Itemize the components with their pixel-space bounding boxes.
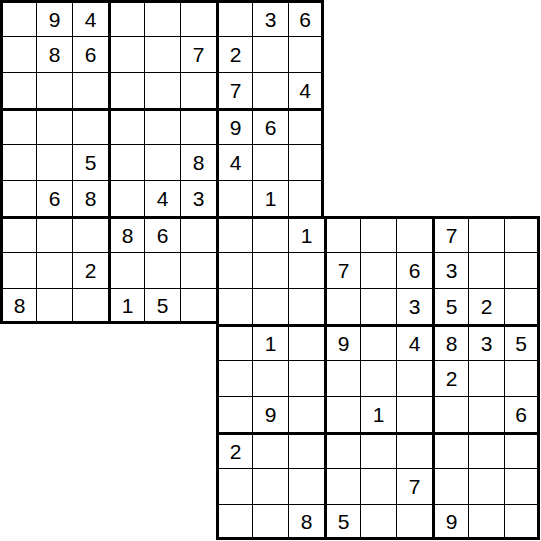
outside-board: [432, 108, 468, 144]
empty-cell[interactable]: [216, 324, 252, 360]
outside-board: [396, 72, 432, 108]
empty-cell[interactable]: [396, 360, 432, 396]
empty-cell[interactable]: [180, 108, 216, 144]
given-cell: 2: [432, 360, 468, 396]
outside-board: [360, 0, 396, 36]
empty-cell[interactable]: [432, 432, 468, 468]
empty-cell[interactable]: [288, 108, 324, 144]
empty-cell[interactable]: [216, 396, 252, 432]
outside-board: [0, 324, 36, 360]
outside-board: [108, 324, 144, 360]
given-cell: 9: [36, 0, 72, 36]
given-cell: 2: [216, 36, 252, 72]
empty-cell[interactable]: [144, 108, 180, 144]
given-cell: 3: [432, 252, 468, 288]
outside-board: [432, 0, 468, 36]
empty-cell[interactable]: [504, 216, 540, 252]
given-cell: 9: [252, 396, 288, 432]
outside-board: [144, 396, 180, 432]
outside-board: [108, 360, 144, 396]
empty-cell[interactable]: [144, 252, 180, 288]
empty-cell[interactable]: [504, 288, 540, 324]
outside-board: [180, 324, 216, 360]
outside-board: [72, 324, 108, 360]
outside-board: [36, 396, 72, 432]
empty-cell[interactable]: [288, 180, 324, 216]
given-cell: 6: [504, 396, 540, 432]
given-cell: 8: [288, 504, 324, 540]
given-cell: 9: [324, 324, 360, 360]
outside-board: [144, 468, 180, 504]
outside-board: [324, 72, 360, 108]
empty-cell[interactable]: [36, 288, 72, 324]
empty-cell[interactable]: [360, 216, 396, 252]
given-cell: 8: [0, 288, 36, 324]
outside-board: [468, 180, 504, 216]
empty-cell[interactable]: [72, 216, 108, 252]
empty-cell[interactable]: [324, 468, 360, 504]
twin-sudoku-puzzle: 9436867274965846843186172763815352194835…: [0, 0, 541, 541]
outside-board: [360, 108, 396, 144]
given-cell: 1: [252, 324, 288, 360]
empty-cell[interactable]: [0, 108, 36, 144]
empty-cell[interactable]: [144, 72, 180, 108]
outside-board: [360, 72, 396, 108]
outside-board: [432, 72, 468, 108]
empty-cell[interactable]: [0, 216, 36, 252]
given-cell: 4: [396, 324, 432, 360]
given-cell: 8: [432, 324, 468, 360]
outside-board: [180, 396, 216, 432]
empty-cell[interactable]: [252, 360, 288, 396]
empty-cell[interactable]: [0, 72, 36, 108]
given-cell: 5: [144, 288, 180, 324]
empty-cell[interactable]: [324, 396, 360, 432]
outside-board: [468, 72, 504, 108]
given-cell: 5: [72, 144, 108, 180]
outside-board: [468, 36, 504, 72]
outside-board: [72, 432, 108, 468]
empty-cell[interactable]: [0, 252, 36, 288]
empty-cell[interactable]: [216, 360, 252, 396]
empty-cell[interactable]: [288, 144, 324, 180]
outside-board: [144, 504, 180, 540]
outside-board: [108, 468, 144, 504]
empty-cell[interactable]: [288, 360, 324, 396]
given-cell: 6: [252, 108, 288, 144]
outside-board: [504, 144, 540, 180]
given-cell: 5: [324, 504, 360, 540]
empty-cell[interactable]: [396, 216, 432, 252]
empty-cell[interactable]: [180, 72, 216, 108]
empty-cell[interactable]: [504, 504, 540, 540]
empty-cell[interactable]: [468, 360, 504, 396]
empty-cell[interactable]: [288, 288, 324, 324]
empty-cell[interactable]: [432, 396, 468, 432]
empty-cell[interactable]: [108, 144, 144, 180]
sudoku-board: 9436867274965846843186172763815352194835…: [0, 0, 540, 540]
empty-cell[interactable]: [216, 180, 252, 216]
empty-cell[interactable]: [504, 432, 540, 468]
empty-cell[interactable]: [468, 252, 504, 288]
outside-board: [432, 36, 468, 72]
empty-cell[interactable]: [252, 144, 288, 180]
outside-board: [396, 144, 432, 180]
given-cell: 7: [396, 468, 432, 504]
empty-cell[interactable]: [324, 288, 360, 324]
outside-board: [504, 108, 540, 144]
empty-cell[interactable]: [108, 0, 144, 36]
given-cell: 3: [468, 324, 504, 360]
empty-cell[interactable]: [396, 504, 432, 540]
given-cell: 1: [288, 216, 324, 252]
empty-cell[interactable]: [504, 252, 540, 288]
outside-board: [0, 396, 36, 432]
outside-board: [0, 360, 36, 396]
empty-cell[interactable]: [360, 324, 396, 360]
empty-cell[interactable]: [360, 360, 396, 396]
empty-cell[interactable]: [360, 288, 396, 324]
given-cell: 1: [252, 180, 288, 216]
empty-cell[interactable]: [468, 432, 504, 468]
empty-cell[interactable]: [108, 252, 144, 288]
outside-board: [468, 144, 504, 180]
given-cell: 4: [144, 180, 180, 216]
outside-board: [504, 36, 540, 72]
given-cell: 4: [72, 0, 108, 36]
outside-board: [108, 504, 144, 540]
outside-board: [72, 360, 108, 396]
outside-board: [36, 360, 72, 396]
empty-cell[interactable]: [180, 252, 216, 288]
given-cell: 6: [36, 180, 72, 216]
given-cell: 6: [288, 0, 324, 36]
outside-board: [468, 108, 504, 144]
empty-cell[interactable]: [468, 216, 504, 252]
outside-board: [36, 432, 72, 468]
outside-board: [396, 108, 432, 144]
empty-cell[interactable]: [288, 432, 324, 468]
empty-cell[interactable]: [468, 396, 504, 432]
empty-cell[interactable]: [252, 72, 288, 108]
empty-cell[interactable]: [504, 360, 540, 396]
empty-cell[interactable]: [468, 468, 504, 504]
given-cell: 4: [216, 144, 252, 180]
outside-board: [180, 360, 216, 396]
empty-cell[interactable]: [72, 288, 108, 324]
given-cell: 3: [252, 0, 288, 36]
outside-board: [180, 468, 216, 504]
given-cell: 8: [108, 216, 144, 252]
empty-cell[interactable]: [180, 216, 216, 252]
empty-cell[interactable]: [72, 72, 108, 108]
outside-board: [324, 108, 360, 144]
empty-cell[interactable]: [252, 36, 288, 72]
empty-cell[interactable]: [0, 0, 36, 36]
outside-board: [504, 0, 540, 36]
given-cell: 6: [396, 252, 432, 288]
given-cell: 7: [324, 252, 360, 288]
empty-cell[interactable]: [36, 144, 72, 180]
outside-board: [396, 36, 432, 72]
outside-board: [360, 36, 396, 72]
empty-cell[interactable]: [288, 468, 324, 504]
outside-board: [108, 396, 144, 432]
empty-cell[interactable]: [252, 288, 288, 324]
empty-cell[interactable]: [180, 288, 216, 324]
given-cell: 1: [360, 396, 396, 432]
empty-cell[interactable]: [0, 36, 36, 72]
empty-cell[interactable]: [324, 432, 360, 468]
given-cell: 9: [432, 504, 468, 540]
empty-cell[interactable]: [0, 180, 36, 216]
given-cell: 6: [144, 216, 180, 252]
outside-board: [0, 504, 36, 540]
outside-board: [72, 396, 108, 432]
empty-cell[interactable]: [324, 216, 360, 252]
outside-board: [324, 180, 360, 216]
empty-cell[interactable]: [288, 396, 324, 432]
outside-board: [504, 72, 540, 108]
outside-board: [360, 180, 396, 216]
given-cell: 2: [216, 432, 252, 468]
empty-cell[interactable]: [216, 252, 252, 288]
outside-board: [360, 144, 396, 180]
empty-cell[interactable]: [360, 252, 396, 288]
empty-cell[interactable]: [144, 144, 180, 180]
empty-cell[interactable]: [36, 72, 72, 108]
empty-cell[interactable]: [360, 468, 396, 504]
empty-cell[interactable]: [432, 468, 468, 504]
given-cell: 9: [216, 108, 252, 144]
outside-board: [144, 360, 180, 396]
outside-board: [396, 180, 432, 216]
empty-cell[interactable]: [252, 432, 288, 468]
given-cell: 5: [504, 324, 540, 360]
outside-board: [72, 504, 108, 540]
empty-cell[interactable]: [396, 432, 432, 468]
empty-cell[interactable]: [252, 468, 288, 504]
given-cell: 2: [468, 288, 504, 324]
outside-board: [0, 468, 36, 504]
outside-board: [324, 144, 360, 180]
outside-board: [36, 468, 72, 504]
empty-cell[interactable]: [72, 108, 108, 144]
empty-cell[interactable]: [108, 72, 144, 108]
empty-cell[interactable]: [108, 108, 144, 144]
outside-board: [396, 0, 432, 36]
empty-cell[interactable]: [108, 180, 144, 216]
empty-cell[interactable]: [36, 252, 72, 288]
empty-cell[interactable]: [252, 504, 288, 540]
given-cell: 5: [432, 288, 468, 324]
empty-cell[interactable]: [108, 36, 144, 72]
outside-board: [180, 432, 216, 468]
empty-cell[interactable]: [216, 288, 252, 324]
given-cell: 8: [36, 36, 72, 72]
outside-board: [144, 432, 180, 468]
empty-cell[interactable]: [144, 36, 180, 72]
given-cell: 2: [72, 252, 108, 288]
empty-cell[interactable]: [396, 396, 432, 432]
outside-board: [432, 144, 468, 180]
empty-cell[interactable]: [252, 216, 288, 252]
given-cell: 7: [216, 72, 252, 108]
outside-board: [504, 180, 540, 216]
given-cell: 1: [108, 288, 144, 324]
empty-cell[interactable]: [36, 216, 72, 252]
outside-board: [36, 324, 72, 360]
empty-cell[interactable]: [36, 108, 72, 144]
outside-board: [144, 324, 180, 360]
given-cell: 4: [288, 72, 324, 108]
outside-board: [180, 504, 216, 540]
empty-cell[interactable]: [216, 468, 252, 504]
empty-cell[interactable]: [324, 360, 360, 396]
outside-board: [324, 0, 360, 36]
empty-cell[interactable]: [252, 252, 288, 288]
given-cell: 3: [396, 288, 432, 324]
given-cell: 7: [180, 36, 216, 72]
given-cell: 6: [72, 36, 108, 72]
outside-board: [36, 504, 72, 540]
empty-cell[interactable]: [360, 432, 396, 468]
outside-board: [0, 432, 36, 468]
given-cell: 7: [432, 216, 468, 252]
empty-cell[interactable]: [288, 324, 324, 360]
empty-cell[interactable]: [216, 0, 252, 36]
empty-cell[interactable]: [288, 252, 324, 288]
given-cell: 3: [180, 180, 216, 216]
outside-board: [108, 432, 144, 468]
empty-cell[interactable]: [468, 504, 504, 540]
empty-cell[interactable]: [180, 0, 216, 36]
empty-cell[interactable]: [144, 0, 180, 36]
empty-cell[interactable]: [360, 504, 396, 540]
empty-cell[interactable]: [216, 504, 252, 540]
outside-board: [324, 36, 360, 72]
outside-board: [72, 468, 108, 504]
empty-cell[interactable]: [216, 216, 252, 252]
given-cell: 8: [72, 180, 108, 216]
outside-board: [432, 180, 468, 216]
empty-cell[interactable]: [504, 468, 540, 504]
outside-board: [468, 0, 504, 36]
empty-cell[interactable]: [0, 144, 36, 180]
empty-cell[interactable]: [288, 36, 324, 72]
given-cell: 8: [180, 144, 216, 180]
